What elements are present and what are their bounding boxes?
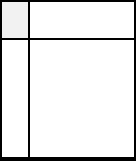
nonogram-puzzle xyxy=(0,0,136,161)
nonogram-board xyxy=(30,40,134,157)
corner-watermark xyxy=(2,2,28,38)
column-clues xyxy=(30,2,134,38)
row-clues xyxy=(2,40,28,157)
